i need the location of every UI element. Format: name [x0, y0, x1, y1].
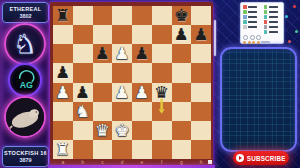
subscribe-button[interactable]: SUBSCRIBE	[233, 151, 289, 165]
legend-row	[243, 25, 261, 29]
square-a5: ♟	[53, 63, 73, 82]
square-g4	[172, 83, 192, 102]
legend-dots-bar	[261, 41, 270, 43]
piece-legend-panel	[240, 2, 284, 44]
square-b8	[73, 6, 93, 25]
square-f7	[152, 25, 172, 44]
white-knight-b3: ♞	[75, 102, 90, 121]
square-d7	[112, 25, 132, 44]
legend-text-bar	[248, 6, 257, 8]
video-frame: ETHEREAL 3802 ♞ AG STOCKFISH 16 3879	[0, 0, 300, 168]
black-pawn-c6: ♟	[95, 44, 110, 63]
board-side-scroll-indicator	[214, 20, 217, 56]
square-h4	[191, 83, 211, 102]
legend-dot	[252, 41, 255, 44]
square-b1	[73, 140, 93, 159]
background-dot	[288, 40, 291, 43]
legend-chip	[243, 20, 247, 24]
file-label-f: f	[152, 159, 172, 165]
square-b6	[73, 44, 93, 63]
black-rook-a8: ♜	[55, 6, 70, 25]
square-h6	[191, 44, 211, 63]
square-f2	[152, 121, 172, 140]
legend-row	[243, 15, 261, 19]
white-queen-c2: ♛	[95, 121, 110, 140]
legend-row	[264, 25, 282, 29]
square-h2	[191, 121, 211, 140]
black-queen-f4: ♛	[154, 83, 169, 102]
square-h1	[191, 140, 211, 159]
black-engine-avatar	[4, 96, 46, 138]
square-d5	[112, 63, 132, 82]
legend-circle	[256, 35, 261, 40]
square-c8	[93, 6, 113, 25]
black-pawn-a5: ♟	[55, 63, 70, 82]
legend-circle	[243, 35, 248, 40]
file-label-c: c	[93, 159, 113, 165]
legend-text-bar	[269, 26, 278, 28]
square-c7	[93, 25, 113, 44]
legend-chip	[243, 10, 247, 14]
square-c4	[93, 83, 113, 102]
square-g8: ♚	[172, 6, 192, 25]
legend-left-column	[243, 5, 261, 34]
background-dot	[295, 30, 298, 33]
square-d6: ♟	[112, 44, 132, 63]
legend-row	[264, 5, 282, 9]
square-c3	[93, 102, 113, 121]
file-label-d: d	[112, 159, 132, 165]
legend-row	[264, 15, 282, 19]
square-h7: ♟	[191, 25, 211, 44]
square-g7: ♟	[172, 25, 192, 44]
black-player-nameplate: STOCKFISH 16 3879	[2, 146, 49, 167]
legend-text-bar	[269, 31, 278, 33]
square-e2	[132, 121, 152, 140]
legend-chip	[243, 25, 247, 29]
legend-chip	[264, 25, 268, 29]
square-e5	[132, 63, 152, 82]
legend-chip	[264, 5, 268, 9]
square-h3	[191, 102, 211, 121]
file-coordinates: abcdefgh	[53, 159, 211, 165]
legend-chip	[264, 15, 268, 19]
white-king-d2: ♚	[115, 121, 130, 140]
legend-chip	[264, 10, 268, 14]
white-engine-avatar: ♞	[4, 23, 46, 65]
square-c5	[93, 63, 113, 82]
background-dot	[285, 15, 288, 18]
square-f1	[152, 140, 172, 159]
legend-circle	[250, 35, 255, 40]
black-pawn-g7: ♟	[174, 25, 189, 44]
black-king-g8: ♚	[174, 6, 189, 25]
legend-chip	[243, 5, 247, 9]
square-e6: ♟	[132, 44, 152, 63]
white-pawn-d4: ♟	[115, 83, 130, 102]
square-a3	[53, 102, 73, 121]
square-d4: ♟	[112, 83, 132, 102]
white-rook-a1: ♜	[55, 140, 70, 159]
legend-row	[264, 30, 282, 34]
legend-text-bar	[248, 16, 257, 18]
legend-chip	[264, 30, 268, 34]
square-g5	[172, 63, 192, 82]
square-f4: ♛	[152, 83, 172, 102]
legend-text-bar	[269, 11, 278, 13]
square-f8	[152, 6, 172, 25]
file-label-a: a	[53, 159, 73, 165]
square-c1	[93, 140, 113, 159]
rat-photo-icon	[6, 98, 44, 136]
legend-dot	[243, 41, 246, 44]
legend-text-bar	[248, 21, 257, 23]
square-e8	[132, 6, 152, 25]
channel-logo-badge: AG	[8, 63, 42, 97]
file-label-e: e	[132, 159, 152, 165]
square-a8: ♜	[53, 6, 73, 25]
legend-right-column	[264, 5, 282, 34]
white-player-rating: 3802	[19, 13, 31, 19]
legend-row	[243, 20, 261, 24]
square-c2: ♛	[93, 121, 113, 140]
legend-dots-row	[243, 41, 281, 45]
square-e4: ♟	[132, 83, 152, 102]
square-f3	[152, 102, 172, 121]
legend-text-bar	[269, 21, 278, 23]
square-b4: ♟	[73, 83, 93, 102]
square-a1: ♜	[53, 140, 73, 159]
black-pawn-b4: ♟	[75, 83, 90, 102]
play-icon	[236, 154, 244, 162]
square-d8	[112, 6, 132, 25]
square-a2	[53, 121, 73, 140]
square-e7	[132, 25, 152, 44]
legend-row	[264, 20, 282, 24]
file-label-b: b	[73, 159, 93, 165]
channel-logo-icon: AG	[10, 65, 40, 95]
square-f5	[152, 63, 172, 82]
legend-row	[243, 5, 261, 9]
square-f6	[152, 44, 172, 63]
black-player-rating: 3879	[19, 157, 31, 163]
square-e1	[132, 140, 152, 159]
legend-chip	[264, 20, 268, 24]
square-c6: ♟	[93, 44, 113, 63]
square-g3	[172, 102, 192, 121]
legend-text-bar	[269, 16, 278, 18]
square-b5	[73, 63, 93, 82]
square-g6	[172, 44, 192, 63]
subscribe-label: SUBSCRIBE	[247, 155, 286, 162]
white-pawn-e4: ♟	[134, 83, 149, 102]
square-h8	[191, 6, 211, 25]
white-pawn-d6: ♟	[115, 44, 130, 63]
legend-circles-row	[243, 36, 281, 40]
legend-row	[264, 10, 282, 14]
square-b2	[73, 121, 93, 140]
file-label-g: g	[172, 159, 192, 165]
square-b3: ♞	[73, 102, 93, 121]
chess-board-frame: ♜♚♟♟♟♟♟♟♟♟♟♟♛♞♛♚♜ abcdefgh	[50, 2, 213, 165]
square-h5	[191, 63, 211, 82]
legend-dot	[257, 41, 260, 44]
legend-text-bar	[248, 26, 257, 28]
channel-logo-text: AG	[20, 80, 33, 90]
legend-row	[243, 10, 261, 14]
player-sidebar: ETHEREAL 3802 ♞ AG STOCKFISH 16 3879	[0, 0, 50, 168]
knight-logo-icon: ♞	[13, 31, 36, 57]
square-a6	[53, 44, 73, 63]
legend-chip	[243, 15, 247, 19]
square-d2: ♚	[112, 121, 132, 140]
square-d3	[112, 102, 132, 121]
chess-board: ♜♚♟♟♟♟♟♟♟♟♟♟♛♞♛♚♜	[53, 6, 211, 159]
square-b7	[73, 25, 93, 44]
white-player-nameplate: ETHEREAL 3802	[2, 2, 49, 23]
black-pawn-e6: ♟	[134, 44, 149, 63]
evaluation-graph-panel	[220, 47, 297, 152]
square-d1	[112, 140, 132, 159]
legend-text-bar	[269, 6, 278, 8]
square-e3	[132, 102, 152, 121]
background-dot	[293, 5, 296, 8]
legend-text-bar	[248, 11, 257, 13]
black-pawn-h7: ♟	[194, 25, 209, 44]
white-pawn-a4: ♟	[55, 83, 70, 102]
square-g2	[172, 121, 192, 140]
square-a7	[53, 25, 73, 44]
bottom-glow-strip	[48, 165, 215, 168]
frame-corner-mark	[208, 160, 212, 164]
legend-dot	[248, 41, 251, 44]
square-g1	[172, 140, 192, 159]
square-a4: ♟	[53, 83, 73, 102]
